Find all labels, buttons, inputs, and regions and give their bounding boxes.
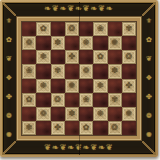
square-f3[interactable] — [93, 93, 107, 107]
square-h4[interactable]: ✤ — [122, 79, 136, 93]
square-h8[interactable]: ✾ — [122, 22, 136, 36]
square-d3[interactable] — [65, 93, 79, 107]
inlay-medallion-icon: ✽ — [69, 110, 76, 118]
goblet-icon: ✺ — [146, 132, 152, 139]
square-f2[interactable]: ❋ — [93, 107, 107, 121]
inlay-medallion-icon: ❂ — [69, 25, 76, 33]
inlay-medallion-icon: ✤ — [126, 82, 133, 90]
square-f6[interactable]: ✿ — [93, 50, 107, 64]
flower-vase-icon: ✿ — [6, 37, 12, 44]
square-d5[interactable] — [65, 64, 79, 78]
square-b7[interactable] — [36, 36, 50, 50]
inlay-medallion-icon: ✺ — [126, 110, 133, 118]
square-a2[interactable] — [22, 107, 36, 121]
inlay-medallion-icon: ❋ — [83, 39, 90, 47]
square-g3[interactable]: ✾ — [108, 93, 122, 107]
bird-icon: ❦ — [146, 56, 152, 63]
square-c5[interactable]: ✾ — [51, 64, 65, 78]
square-f1[interactable] — [93, 121, 107, 135]
square-b2[interactable]: ❁ — [36, 107, 50, 121]
square-h5[interactable] — [122, 64, 136, 78]
square-c6[interactable] — [51, 50, 65, 64]
square-h3[interactable] — [122, 93, 136, 107]
flower-vase-icon: ✿ — [146, 37, 152, 44]
palm-canopy-icon: ⚜ — [146, 18, 152, 25]
inlay-medallion-icon: ❁ — [26, 39, 33, 47]
border-motifs-right: ⚜✿❦❖✤❁✺ — [143, 16, 155, 141]
inlay-medallion-icon: ❁ — [83, 67, 90, 75]
corner-miter-top-right — [142, 3, 155, 16]
inlay-medallion-icon: ✺ — [69, 82, 76, 90]
corner-miter-top-left — [3, 3, 16, 16]
square-g6[interactable] — [108, 50, 122, 64]
square-a4[interactable] — [22, 79, 36, 93]
inlay-medallion-icon: ❀ — [97, 25, 104, 33]
square-g4[interactable] — [108, 79, 122, 93]
inlay-medallion-icon: ✿ — [83, 124, 90, 132]
square-e6[interactable] — [79, 50, 93, 64]
square-a7[interactable]: ❁ — [22, 36, 36, 50]
photo-background: ❧❦❧❦❧❦❧❦❧ ❦❧❦❧❦❧❦❧❦ ⚜✿❦❖✤❁✺ ⚜✿❦❖✤❁✺ ✿❂❀✾… — [0, 0, 160, 160]
square-g2[interactable] — [108, 107, 122, 121]
inlay-medallion-icon: ❀ — [83, 96, 90, 104]
border-motifs-left: ⚜✿❦❖✤❁✺ — [3, 16, 15, 141]
square-c2[interactable] — [51, 107, 65, 121]
square-a6[interactable] — [22, 50, 36, 64]
square-e3[interactable]: ❀ — [79, 93, 93, 107]
bird-icon: ❦ — [6, 56, 12, 63]
candelabrum-icon: ✤ — [146, 94, 152, 101]
urn-icon: ❖ — [146, 75, 152, 82]
corner-miter-bottom-right — [142, 141, 155, 154]
inlay-medallion-icon: ✺ — [111, 39, 118, 47]
square-f5[interactable] — [93, 64, 107, 78]
inlay-medallion-icon: ❋ — [40, 82, 47, 90]
square-a3[interactable]: ✿ — [22, 93, 36, 107]
inlay-medallion-icon: ✿ — [40, 25, 47, 33]
candelabrum-icon: ✤ — [6, 94, 12, 101]
square-g8[interactable] — [108, 22, 122, 36]
square-d4[interactable]: ✺ — [65, 79, 79, 93]
square-h7[interactable] — [122, 36, 136, 50]
inlay-medallion-icon: ❃ — [40, 53, 47, 61]
square-b6[interactable]: ❃ — [36, 50, 50, 64]
square-a5[interactable]: ❀ — [22, 64, 36, 78]
inlay-medallion-icon: ✤ — [69, 53, 76, 61]
square-b1[interactable] — [36, 121, 50, 135]
square-f4[interactable]: ❃ — [93, 79, 107, 93]
square-b8[interactable]: ✿ — [36, 22, 50, 36]
square-g7[interactable]: ✺ — [108, 36, 122, 50]
square-d7[interactable] — [65, 36, 79, 50]
square-h6[interactable]: ❂ — [122, 50, 136, 64]
inlay-medallion-icon: ✾ — [54, 67, 61, 75]
square-a1[interactable]: ❃ — [22, 121, 36, 135]
square-d1[interactable] — [65, 121, 79, 135]
chessboard: ❧❦❧❦❧❦❧❦❧ ❦❧❦❧❦❧❦❧❦ ⚜✿❦❖✤❁✺ ⚜✿❦❖✤❁✺ ✿❂❀✾… — [0, 0, 158, 157]
inlay-medallion-icon: ❃ — [97, 82, 104, 90]
inlay-medallion-icon: ✽ — [54, 39, 61, 47]
fold-seam — [79, 2, 80, 155]
inlay-medallion-icon: ✿ — [97, 53, 104, 61]
floral-spray-icon: ❁ — [6, 113, 12, 120]
square-c1[interactable]: ✤ — [51, 121, 65, 135]
square-e1[interactable]: ✿ — [79, 121, 93, 135]
inlay-medallion-icon: ✾ — [126, 25, 133, 33]
square-h1[interactable] — [122, 121, 136, 135]
inlay-medallion-icon: ✾ — [111, 96, 118, 104]
square-c8[interactable] — [51, 22, 65, 36]
urn-icon: ❖ — [6, 75, 12, 82]
inlay-medallion-icon: ❋ — [97, 110, 104, 118]
square-b3[interactable] — [36, 93, 50, 107]
inlay-medallion-icon: ✤ — [54, 124, 61, 132]
square-f8[interactable]: ❀ — [93, 22, 107, 36]
inlay-medallion-icon: ❂ — [126, 53, 133, 61]
square-f7[interactable] — [93, 36, 107, 50]
inlay-medallion-icon: ❁ — [40, 110, 47, 118]
inlay-medallion-icon: ✽ — [111, 67, 118, 75]
square-b5[interactable] — [36, 64, 50, 78]
square-d2[interactable]: ✽ — [65, 107, 79, 121]
inlay-medallion-icon: ❂ — [54, 96, 61, 104]
inlay-medallion-icon: ❂ — [111, 124, 118, 132]
square-e7[interactable]: ❋ — [79, 36, 93, 50]
palm-canopy-icon: ⚜ — [6, 18, 12, 25]
inlay-medallion-icon: ❃ — [26, 124, 33, 132]
goblet-icon: ✺ — [6, 132, 12, 139]
square-d8[interactable]: ❂ — [65, 22, 79, 36]
corner-miter-bottom-left — [3, 141, 16, 154]
square-c3[interactable]: ❂ — [51, 93, 65, 107]
inlay-medallion-icon: ❀ — [26, 67, 33, 75]
square-c7[interactable]: ✽ — [51, 36, 65, 50]
square-h2[interactable]: ✺ — [122, 107, 136, 121]
square-g5[interactable]: ✽ — [108, 64, 122, 78]
square-e2[interactable] — [79, 107, 93, 121]
square-e4[interactable] — [79, 79, 93, 93]
square-b4[interactable]: ❋ — [36, 79, 50, 93]
square-e5[interactable]: ❁ — [79, 64, 93, 78]
square-e8[interactable] — [79, 22, 93, 36]
inlay-medallion-icon: ✿ — [26, 96, 33, 104]
square-a8[interactable] — [22, 22, 36, 36]
square-g1[interactable]: ❂ — [108, 121, 122, 135]
square-c4[interactable] — [51, 79, 65, 93]
floral-spray-icon: ❁ — [146, 113, 152, 120]
square-d6[interactable]: ✤ — [65, 50, 79, 64]
